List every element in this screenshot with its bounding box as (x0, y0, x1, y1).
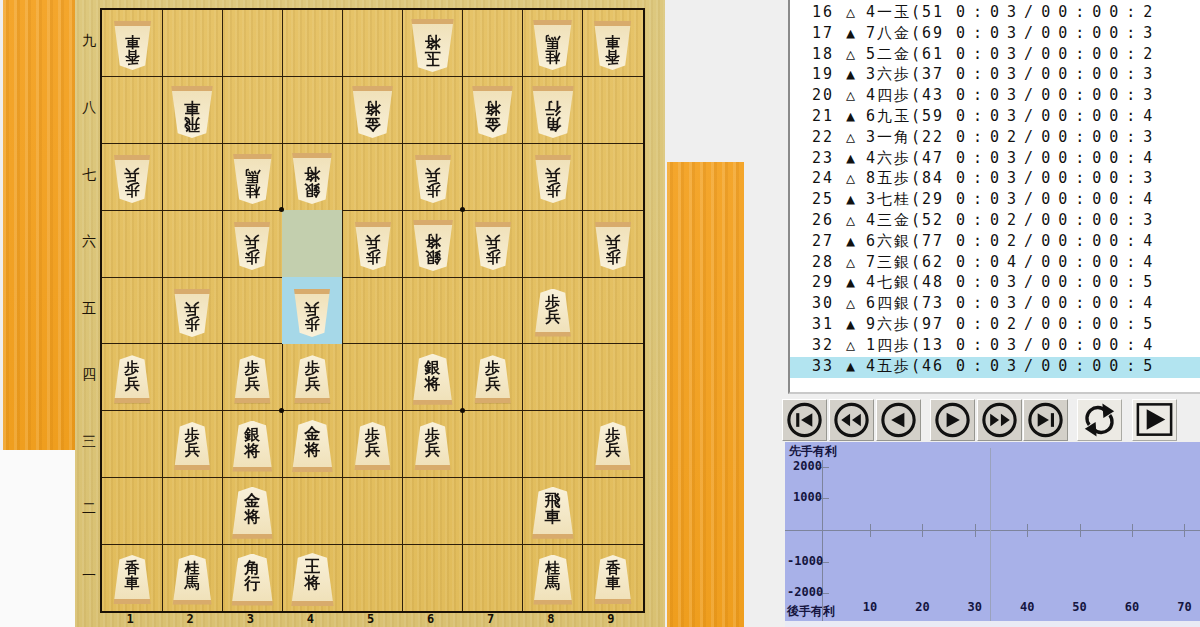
piece-gote-金将: 金将 (230, 487, 275, 539)
piece-sente-香車: 香車 (592, 21, 633, 70)
move-row[interactable]: 17▲7八金(690:03/00:00:3 (790, 24, 1200, 45)
side-mark: △ (846, 211, 855, 229)
piece-gote-歩兵: 歩兵 (413, 422, 453, 470)
fast-rewind-icon (830, 399, 873, 441)
evaluation-graph: 先手有利 後手有利 20001000-1000-2000102030405060… (785, 442, 1200, 621)
piece-base (232, 222, 272, 227)
move-text: 5二金(61 (866, 45, 944, 64)
move-number: 19 (802, 65, 834, 83)
move-row[interactable]: 22△3一角(220:02/00:00:3 (790, 128, 1200, 149)
move-row[interactable]: 25▲3七桂(290:03/00:00:4 (790, 190, 1200, 211)
shogi-kifu-player-window: 九八七六五四三二一 123456789 香車玉将桂馬香車飛車金将金将角行歩兵桂馬… (0, 0, 1200, 627)
piece-sente-歩兵: 歩兵 (413, 155, 453, 203)
move-number: 21 (802, 107, 834, 125)
piece-base (290, 153, 334, 158)
skip-to-start-icon (783, 399, 826, 441)
move-time: 0:04/00:00:4 (956, 253, 1160, 271)
sente-piece-stand (3, 0, 75, 450)
side-mark: △ (846, 86, 855, 104)
star-point (460, 207, 465, 212)
move-row[interactable]: 33▲4五歩(460:03/00:00:5 (790, 357, 1200, 378)
move-row[interactable]: 30△6四銀(730:03/00:00:4 (790, 294, 1200, 315)
move-row[interactable]: 16△4一玉(510:03/00:00:2 (790, 3, 1200, 24)
skip-to-start-button[interactable] (782, 399, 827, 441)
piece-base (353, 465, 393, 470)
gote-piece-stand (667, 162, 744, 627)
move-row[interactable]: 19▲3六歩(370:03/00:00:3 (790, 65, 1200, 86)
rank-label: 六 (78, 233, 100, 251)
move-row[interactable]: 20△4四歩(430:03/00:00:3 (790, 86, 1200, 107)
move-number: 25 (802, 190, 834, 208)
move-time: 0:03/00:00:3 (956, 65, 1160, 83)
side-mark: ▲ (846, 357, 855, 375)
piece-base (290, 467, 335, 472)
piece-sente-香車: 香車 (112, 21, 153, 70)
piece-base (533, 332, 573, 337)
move-text: 3七桂(29 (866, 190, 944, 209)
x-tick (1027, 524, 1028, 537)
piece-gote-角行: 角行 (229, 554, 275, 606)
auto-play-button[interactable] (1132, 399, 1177, 441)
move-text: 3六歩(37 (866, 65, 944, 84)
move-row[interactable]: 21▲6九玉(590:03/00:00:4 (790, 107, 1200, 128)
playback-controls (778, 396, 1200, 442)
grid-line (102, 544, 643, 545)
move-number: 31 (802, 315, 834, 333)
piece-base (350, 86, 395, 91)
piece-base (171, 600, 214, 605)
move-number: 27 (802, 232, 834, 250)
side-mark: △ (846, 45, 855, 63)
side-mark: △ (846, 294, 855, 312)
y-tick-label: -1000 (787, 554, 823, 568)
step-forward-icon (931, 399, 974, 441)
x-tick-label: 60 (1120, 600, 1144, 614)
piece-base (353, 222, 393, 227)
piece-gote-銀将: 銀将 (411, 354, 455, 405)
fast-forward-icon (978, 399, 1021, 441)
sente-advantage-label: 先手有利 (789, 443, 837, 460)
move-time: 0:03/00:00:4 (956, 107, 1160, 125)
file-label: 9 (600, 612, 622, 626)
piece-base (531, 20, 574, 25)
side-mark: △ (846, 253, 855, 271)
current-move-line (990, 448, 991, 621)
move-text: 4五歩(46 (866, 357, 944, 376)
piece-base (172, 289, 212, 294)
move-row[interactable]: 29▲4七銀(480:03/00:00:5 (790, 273, 1200, 294)
piece-sente-金将: 金将 (470, 86, 515, 138)
rank-label: 五 (78, 300, 100, 318)
piece-base (470, 86, 515, 91)
piece-sente-銀将: 銀将 (290, 153, 334, 204)
grid-line (102, 343, 643, 344)
piece-base (112, 21, 153, 26)
piece-gote-歩兵: 歩兵 (593, 422, 633, 470)
piece-base (169, 86, 215, 91)
piece-base (413, 465, 453, 470)
piece-base (593, 465, 633, 470)
x-tick (975, 524, 976, 537)
star-point (460, 408, 465, 413)
grid-line (522, 10, 523, 611)
move-text: 4三金(52 (866, 211, 944, 230)
piece-base (229, 601, 275, 606)
side-mark: ▲ (846, 149, 855, 167)
piece-sente-角行: 角行 (530, 86, 576, 138)
shogi-board-grid[interactable]: 香車玉将桂馬香車飛車金将金将角行歩兵桂馬銀将歩兵歩兵歩兵歩兵銀将歩兵歩兵歩兵歩兵… (100, 8, 645, 613)
side-mark: ▲ (846, 190, 855, 208)
move-text: 4四歩(43 (866, 86, 944, 105)
x-tick-label: 20 (910, 600, 934, 614)
move-text: 8五歩(84 (866, 169, 944, 188)
side-mark: ▲ (846, 65, 855, 83)
file-label: 5 (360, 612, 382, 626)
loop-replay-button[interactable] (1077, 399, 1122, 441)
x-tick (1184, 524, 1185, 537)
rank-label: 七 (78, 166, 100, 184)
move-number: 20 (802, 86, 834, 104)
move-time: 0:02/00:00:3 (956, 128, 1160, 146)
grid-line (162, 10, 163, 611)
piece-base (172, 465, 212, 470)
grid-line (102, 410, 643, 411)
x-tick (1080, 524, 1081, 537)
move-text: 1四歩(13 (866, 336, 944, 355)
step-back-icon (877, 399, 920, 441)
grid-line (102, 477, 643, 478)
side-mark: ▲ (846, 315, 855, 333)
piece-gote-歩兵: 歩兵 (172, 422, 212, 470)
move-time: 0:03/00:00:4 (956, 294, 1160, 312)
piece-sente-飛車: 飛車 (169, 86, 215, 138)
move-list[interactable]: 15▲5八金(490:02/00:00:216△4一玉(510:03/00:00… (788, 0, 1200, 394)
rank-label: 一 (78, 567, 100, 585)
piece-base (593, 222, 633, 227)
grid-line (222, 10, 223, 611)
piece-gote-歩兵: 歩兵 (292, 355, 332, 403)
piece-base (112, 599, 153, 604)
rank-label: 三 (78, 433, 100, 451)
piece-gote-金将: 金将 (290, 420, 335, 472)
piece-sente-歩兵: 歩兵 (593, 222, 633, 270)
play-icon (1133, 399, 1176, 441)
x-tick (870, 524, 871, 537)
move-row[interactable]: 31▲9六歩(970:02/00:00:5 (790, 315, 1200, 336)
piece-base (411, 400, 455, 405)
rank-label: 二 (78, 500, 100, 518)
move-time: 0:03/00:00:2 (956, 45, 1160, 63)
move-row[interactable]: 26△4三金(520:02/00:00:3 (790, 211, 1200, 232)
side-mark: △ (846, 128, 855, 146)
graph-x-axis (785, 530, 1200, 531)
side-mark: ▲ (846, 273, 855, 291)
fast-forward-button[interactable] (977, 399, 1022, 441)
grid-line (402, 10, 403, 611)
rank-label: 八 (78, 99, 100, 117)
piece-sente-歩兵: 歩兵 (473, 222, 513, 270)
move-row[interactable]: 28△7三銀(620:04/00:00:4 (790, 253, 1200, 274)
file-label: 6 (420, 612, 442, 626)
move-time: 0:03/00:00:4 (956, 149, 1160, 167)
file-label: 3 (239, 612, 261, 626)
move-text: 9六歩(97 (866, 315, 944, 334)
rank-label: 四 (78, 366, 100, 384)
move-time: 0:03/00:00:2 (956, 3, 1160, 21)
piece-sente-金将: 金将 (350, 86, 395, 138)
move-number: 24 (802, 169, 834, 187)
move-number: 18 (802, 45, 834, 63)
piece-base (592, 21, 633, 26)
piece-base (292, 398, 332, 403)
move-text: 6九玉(59 (866, 107, 944, 126)
star-point (279, 408, 284, 413)
y-tick-label: 2000 (793, 459, 822, 473)
piece-gote-歩兵: 歩兵 (232, 355, 272, 403)
piece-sente-桂馬: 桂馬 (231, 154, 274, 204)
piece-base (592, 599, 633, 604)
move-text: 4一玉(51 (866, 3, 944, 22)
move-time: 0:03/00:00:4 (956, 190, 1160, 208)
piece-base (473, 398, 513, 403)
move-number: 22 (802, 128, 834, 146)
move-text: 4七銀(48 (866, 273, 944, 292)
move-number: 32 (802, 336, 834, 354)
move-number: 28 (802, 253, 834, 271)
move-text: 6六銀(77 (866, 232, 944, 251)
move-number: 17 (802, 24, 834, 42)
piece-gote-飛車: 飛車 (530, 487, 576, 539)
x-tick-label: 40 (1015, 600, 1039, 614)
move-time: 0:03/00:00:5 (956, 273, 1160, 291)
move-text: 7八金(69 (866, 24, 944, 43)
step-forward-button[interactable] (930, 399, 975, 441)
side-mark: ▲ (846, 107, 855, 125)
move-row[interactable]: 32△1四歩(130:03/00:00:4 (790, 336, 1200, 357)
piece-base (289, 601, 336, 606)
move-row[interactable]: 18△5二金(610:03/00:00:2 (790, 45, 1200, 66)
piece-gote-桂馬: 桂馬 (171, 555, 214, 605)
move-time: 0:02/00:00:5 (956, 315, 1160, 333)
piece-sente-歩兵: 歩兵 (232, 222, 272, 270)
file-label: 7 (480, 612, 502, 626)
from-square-highlight (282, 210, 342, 277)
piece-sente-桂馬: 桂馬 (531, 20, 574, 70)
side-mark: △ (846, 3, 855, 21)
grid-line (582, 10, 583, 611)
move-text: 4六歩(47 (866, 149, 944, 168)
grid-line (102, 210, 643, 211)
fast-rewind-button[interactable] (829, 399, 874, 441)
y-tick-label: 1000 (793, 490, 822, 504)
piece-sente-歩兵: 歩兵 (112, 155, 152, 203)
gote-advantage-label: 後手有利 (787, 603, 835, 620)
piece-gote-銀将: 銀将 (230, 421, 274, 472)
move-time: 0:03/00:00:3 (956, 169, 1160, 187)
side-mark: △ (846, 336, 855, 354)
file-label: 8 (540, 612, 562, 626)
piece-sente-銀将: 銀将 (411, 220, 455, 271)
x-tick-label: 30 (963, 600, 987, 614)
move-time: 0:02/00:00:4 (956, 232, 1160, 250)
piece-sente-歩兵: 歩兵 (533, 155, 573, 203)
piece-base (230, 467, 274, 472)
piece-base (533, 155, 573, 160)
graph-lower-edge (785, 621, 1200, 627)
shogi-board-panel: 九八七六五四三二一 123456789 香車玉将桂馬香車飛車金将金将角行歩兵桂馬… (75, 0, 665, 627)
step-back-button[interactable] (876, 399, 921, 441)
side-mark: △ (846, 169, 855, 187)
rank-label: 九 (78, 32, 100, 50)
grid-line (102, 76, 643, 77)
piece-base (232, 398, 272, 403)
piece-gote-歩兵: 歩兵 (112, 355, 152, 403)
x-tick-label: 10 (858, 600, 882, 614)
grid-line (102, 277, 643, 278)
move-number: 16 (802, 3, 834, 21)
x-tick-label: 50 (1068, 600, 1092, 614)
grid-line (462, 10, 463, 611)
piece-sente-歩兵: 歩兵 (353, 222, 393, 270)
skip-to-end-icon (1024, 399, 1067, 441)
move-time: 0:03/00:00:5 (956, 357, 1160, 375)
move-time: 0:03/00:00:4 (956, 336, 1160, 354)
piece-base (531, 600, 574, 605)
piece-base (411, 220, 455, 225)
move-number: 23 (802, 149, 834, 167)
move-number: 30 (802, 294, 834, 312)
piece-sente-歩兵: 歩兵 (172, 289, 212, 337)
piece-base (530, 534, 576, 539)
piece-gote-香車: 香車 (112, 555, 153, 604)
x-tick (922, 524, 923, 537)
x-tick-label: 70 (1172, 600, 1196, 614)
piece-gote-香車: 香車 (592, 555, 633, 604)
skip-to-end-button[interactable] (1023, 399, 1068, 441)
file-label: 1 (119, 612, 141, 626)
piece-base (409, 19, 456, 24)
piece-gote-王将: 王将 (289, 553, 336, 606)
move-number: 29 (802, 273, 834, 291)
left-background-area (0, 450, 76, 627)
piece-base (112, 398, 152, 403)
piece-gote-歩兵: 歩兵 (353, 422, 393, 470)
piece-gote-歩兵: 歩兵 (533, 289, 573, 337)
side-mark: ▲ (846, 232, 855, 250)
move-time: 0:02/00:00:3 (956, 211, 1160, 229)
piece-gote-桂馬: 桂馬 (531, 555, 574, 605)
piece-gote-歩兵: 歩兵 (473, 355, 513, 403)
y-tick-label: -2000 (787, 585, 823, 599)
piece-base (413, 155, 453, 160)
piece-base (112, 155, 152, 160)
move-number: 26 (802, 211, 834, 229)
move-number: 33 (802, 357, 834, 375)
move-text: 3一角(22 (866, 128, 944, 147)
file-label: 2 (179, 612, 201, 626)
move-text: 7三銀(62 (866, 253, 944, 272)
move-row[interactable]: 23▲4六歩(470:03/00:00:4 (790, 149, 1200, 170)
move-row[interactable]: 24△8五歩(840:03/00:00:3 (790, 169, 1200, 190)
piece-base (231, 154, 274, 159)
piece-sente-玉将: 玉将 (409, 19, 456, 72)
move-time: 0:03/00:00:3 (956, 24, 1160, 42)
move-text: 5八金(49 (866, 0, 944, 1)
piece-base (230, 534, 275, 539)
move-row[interactable]: 27▲6六銀(770:02/00:00:4 (790, 232, 1200, 253)
piece-base (530, 86, 576, 91)
piece-base (292, 289, 332, 294)
loop-arrows-icon (1078, 399, 1121, 441)
move-time: 0:03/00:00:3 (956, 86, 1160, 104)
move-text: 6四銀(73 (866, 294, 944, 313)
piece-base (473, 222, 513, 227)
file-label: 4 (299, 612, 321, 626)
x-tick (1132, 524, 1133, 537)
grid-line (102, 143, 643, 144)
side-mark: ▲ (846, 24, 855, 42)
